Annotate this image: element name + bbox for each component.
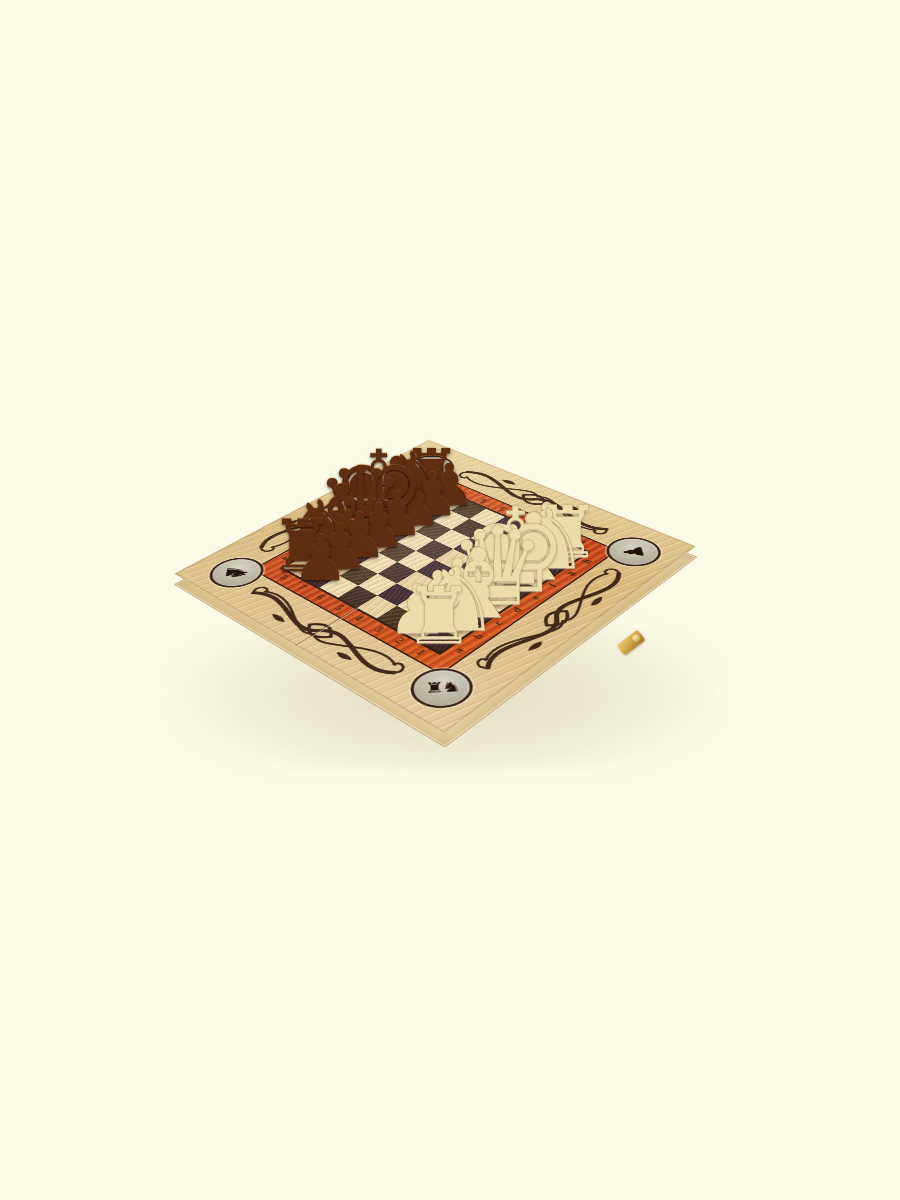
rank-label: 4 — [340, 608, 377, 630]
medallion-bottom: ♜♞ — [398, 661, 486, 717]
fallen-piece-icon: ♟ — [619, 545, 649, 559]
rank-label: 5 — [321, 597, 358, 618]
knight-icon: ♞ — [220, 564, 252, 580]
piece-white-rook[interactable]: ♜ — [404, 577, 475, 656]
piece-black-pawn[interactable]: ♟ — [292, 527, 348, 590]
medallion-right: ♟ — [596, 532, 671, 573]
pieces-layer: ♜♟♞♟♝♟♚♟♛♟♟♝♜♟♟♞♞♟♟♜♝♟♟♚♟♛♟♝♟♞♟♜ — [0, 0, 900, 1200]
fold-seam — [295, 608, 358, 647]
photo-scene: 88aa77bb66cc55dd44ee33ff22gg11hh ♜ — [0, 0, 900, 1200]
rook-and-knight-icon: ♜♞ — [425, 680, 459, 696]
medallion-left: ♞ — [199, 552, 274, 594]
